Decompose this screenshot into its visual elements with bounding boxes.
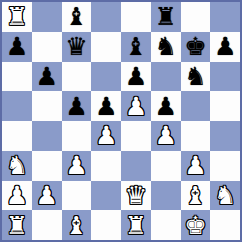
piece-white-knight-a3[interactable]: ♞ <box>6 153 28 178</box>
square-e2[interactable]: ♛ <box>121 181 151 211</box>
piece-white-bishop-c1[interactable]: ♝ <box>65 213 87 238</box>
square-g1[interactable]: ♚ <box>181 210 211 240</box>
square-f1[interactable] <box>151 210 181 240</box>
square-b6[interactable]: ♟ <box>32 62 62 92</box>
piece-black-pawn-h7[interactable]: ♟ <box>214 34 236 59</box>
piece-black-pawn-c5[interactable]: ♟ <box>65 94 87 119</box>
piece-white-pawn-a2[interactable]: ♟ <box>6 183 28 208</box>
square-f6[interactable] <box>151 62 181 92</box>
square-h1[interactable] <box>210 210 240 240</box>
square-a7[interactable]: ♟ <box>2 32 32 62</box>
square-a4[interactable] <box>2 121 32 151</box>
square-d3[interactable] <box>91 151 121 181</box>
piece-white-knight-h2[interactable]: ♞ <box>214 183 236 208</box>
piece-white-rook-a8[interactable]: ♜ <box>6 4 28 29</box>
piece-white-bishop-g2[interactable]: ♝ <box>184 183 206 208</box>
square-b5[interactable] <box>32 91 62 121</box>
square-d5[interactable]: ♟ <box>91 91 121 121</box>
square-f5[interactable]: ♟ <box>151 91 181 121</box>
square-a6[interactable] <box>2 62 32 92</box>
square-h5[interactable] <box>210 91 240 121</box>
piece-black-knight-g6[interactable]: ♞ <box>184 64 206 89</box>
piece-black-pawn-d5[interactable]: ♟ <box>95 94 117 119</box>
piece-black-pawn-f5[interactable]: ♟ <box>154 94 176 119</box>
square-c6[interactable] <box>62 62 92 92</box>
square-a2[interactable]: ♟ <box>2 181 32 211</box>
square-f3[interactable] <box>151 151 181 181</box>
square-e7[interactable]: ♝ <box>121 32 151 62</box>
piece-white-pawn-f4[interactable]: ♟ <box>154 123 176 148</box>
square-g6[interactable]: ♞ <box>181 62 211 92</box>
piece-black-knight-f7[interactable]: ♞ <box>154 34 176 59</box>
piece-black-bishop-e7[interactable]: ♝ <box>125 34 147 59</box>
square-b8[interactable] <box>32 2 62 32</box>
piece-black-pawn-a7[interactable]: ♟ <box>6 34 28 59</box>
square-g8[interactable] <box>181 2 211 32</box>
square-a5[interactable] <box>2 91 32 121</box>
square-g4[interactable] <box>181 121 211 151</box>
square-g5[interactable] <box>181 91 211 121</box>
piece-black-queen-c7[interactable]: ♛ <box>65 34 87 59</box>
square-c8[interactable]: ♝ <box>62 2 92 32</box>
piece-white-pawn-c3[interactable]: ♟ <box>65 153 87 178</box>
square-e6[interactable]: ♟ <box>121 62 151 92</box>
square-b1[interactable] <box>32 210 62 240</box>
square-d4[interactable]: ♟ <box>91 121 121 151</box>
piece-white-pawn-b2[interactable]: ♟ <box>35 183 57 208</box>
square-e1[interactable]: ♜ <box>121 210 151 240</box>
square-h7[interactable]: ♟ <box>210 32 240 62</box>
square-d1[interactable] <box>91 210 121 240</box>
square-g2[interactable]: ♝ <box>181 181 211 211</box>
square-a8[interactable]: ♜ <box>2 2 32 32</box>
square-h2[interactable]: ♞ <box>210 181 240 211</box>
square-f4[interactable]: ♟ <box>151 121 181 151</box>
square-c7[interactable]: ♛ <box>62 32 92 62</box>
piece-white-queen-e2[interactable]: ♛ <box>125 183 147 208</box>
square-g3[interactable]: ♟ <box>181 151 211 181</box>
piece-black-pawn-e6[interactable]: ♟ <box>125 64 147 89</box>
square-c3[interactable]: ♟ <box>62 151 92 181</box>
piece-white-king-g1[interactable]: ♚ <box>184 213 206 238</box>
square-c5[interactable]: ♟ <box>62 91 92 121</box>
square-h3[interactable] <box>210 151 240 181</box>
square-e8[interactable] <box>121 2 151 32</box>
piece-black-bishop-c8[interactable]: ♝ <box>65 4 87 29</box>
square-c4[interactable] <box>62 121 92 151</box>
square-f8[interactable]: ♜ <box>151 2 181 32</box>
square-f2[interactable] <box>151 181 181 211</box>
piece-white-pawn-e5[interactable]: ♟ <box>125 94 147 119</box>
square-h8[interactable] <box>210 2 240 32</box>
piece-black-king-g7[interactable]: ♚ <box>184 34 206 59</box>
square-c1[interactable]: ♝ <box>62 210 92 240</box>
piece-black-rook-f8[interactable]: ♜ <box>154 4 176 29</box>
piece-white-pawn-d4[interactable]: ♟ <box>95 123 117 148</box>
square-a1[interactable]: ♜ <box>2 210 32 240</box>
square-b7[interactable] <box>32 32 62 62</box>
square-h4[interactable] <box>210 121 240 151</box>
square-f7[interactable]: ♞ <box>151 32 181 62</box>
square-d6[interactable] <box>91 62 121 92</box>
square-a3[interactable]: ♞ <box>2 151 32 181</box>
square-e3[interactable] <box>121 151 151 181</box>
chess-board: ♜♝♜♟♛♝♞♚♟♟♟♞♟♟♟♟♟♟♞♟♟♟♟♛♝♞♜♝♜♚ <box>0 0 242 242</box>
square-g7[interactable]: ♚ <box>181 32 211 62</box>
piece-white-rook-e1[interactable]: ♜ <box>125 213 147 238</box>
piece-white-pawn-g3[interactable]: ♟ <box>184 153 206 178</box>
square-h6[interactable] <box>210 62 240 92</box>
square-b3[interactable] <box>32 151 62 181</box>
square-b2[interactable]: ♟ <box>32 181 62 211</box>
square-d2[interactable] <box>91 181 121 211</box>
square-e5[interactable]: ♟ <box>121 91 151 121</box>
square-b4[interactable] <box>32 121 62 151</box>
square-e4[interactable] <box>121 121 151 151</box>
piece-white-rook-a1[interactable]: ♜ <box>6 213 28 238</box>
piece-black-pawn-b6[interactable]: ♟ <box>35 64 57 89</box>
square-c2[interactable] <box>62 181 92 211</box>
square-d7[interactable] <box>91 32 121 62</box>
square-d8[interactable] <box>91 2 121 32</box>
